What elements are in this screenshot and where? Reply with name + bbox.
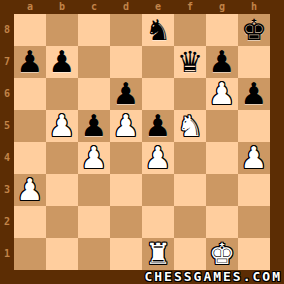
black-pawn-d6[interactable]: ♟ [110,78,142,110]
white-rook-e1[interactable]: ♜ [142,238,174,270]
white-pawn-e4[interactable]: ♟ [142,142,174,174]
square-d4[interactable] [110,142,142,174]
square-g3[interactable] [206,174,238,206]
square-c4[interactable]: ♟ [78,142,110,174]
square-d3[interactable] [110,174,142,206]
square-h1[interactable] [238,238,270,270]
square-e3[interactable] [142,174,174,206]
file-label-b: b [46,0,78,14]
white-pawn-g6[interactable]: ♟ [206,78,238,110]
square-g1[interactable]: ♚ [206,238,238,270]
rank-labels: 87654321 [0,14,14,270]
rank-label-4: 4 [0,142,14,174]
square-a3[interactable]: ♟ [14,174,46,206]
square-h3[interactable] [238,174,270,206]
rank-label-3: 3 [0,174,14,206]
square-a1[interactable] [14,238,46,270]
square-f8[interactable] [174,14,206,46]
file-label-d: d [110,0,142,14]
square-g2[interactable] [206,206,238,238]
square-b5[interactable]: ♟ [46,110,78,142]
square-f7[interactable]: ♛ [174,46,206,78]
black-pawn-b7[interactable]: ♟ [46,46,78,78]
square-h6[interactable]: ♟ [238,78,270,110]
white-pawn-b5[interactable]: ♟ [46,110,78,142]
square-f4[interactable] [174,142,206,174]
square-d6[interactable]: ♟ [110,78,142,110]
square-a2[interactable] [14,206,46,238]
square-c1[interactable] [78,238,110,270]
square-h5[interactable] [238,110,270,142]
file-label-f: f [174,0,206,14]
square-g5[interactable] [206,110,238,142]
white-king-g1[interactable]: ♚ [206,238,238,270]
square-c7[interactable] [78,46,110,78]
rank-label-7: 7 [0,46,14,78]
file-label-a: a [14,0,46,14]
square-d5[interactable]: ♟ [110,110,142,142]
square-b4[interactable] [46,142,78,174]
square-h7[interactable] [238,46,270,78]
file-label-e: e [142,0,174,14]
square-a5[interactable] [14,110,46,142]
square-g4[interactable] [206,142,238,174]
white-knight-f5[interactable]: ♞ [174,110,206,142]
square-c5[interactable]: ♟ [78,110,110,142]
square-e4[interactable]: ♟ [142,142,174,174]
square-b2[interactable] [46,206,78,238]
black-pawn-e5[interactable]: ♟ [142,110,174,142]
black-pawn-g7[interactable]: ♟ [206,46,238,78]
square-d1[interactable] [110,238,142,270]
square-e1[interactable]: ♜ [142,238,174,270]
square-d7[interactable] [110,46,142,78]
square-a7[interactable]: ♟ [14,46,46,78]
square-d8[interactable] [110,14,142,46]
white-pawn-c4[interactable]: ♟ [78,142,110,174]
black-pawn-a7[interactable]: ♟ [14,46,46,78]
black-king-h8[interactable]: ♚ [238,14,270,46]
white-pawn-h4[interactable]: ♟ [238,142,270,174]
square-e7[interactable] [142,46,174,78]
square-a8[interactable] [14,14,46,46]
file-label-g: g [206,0,238,14]
square-h4[interactable]: ♟ [238,142,270,174]
square-e6[interactable] [142,78,174,110]
square-b8[interactable] [46,14,78,46]
black-pawn-c5[interactable]: ♟ [78,110,110,142]
rank-label-1: 1 [0,238,14,270]
square-b3[interactable] [46,174,78,206]
white-pawn-a3[interactable]: ♟ [14,174,46,206]
square-c3[interactable] [78,174,110,206]
square-g7[interactable]: ♟ [206,46,238,78]
square-c8[interactable] [78,14,110,46]
square-c2[interactable] [78,206,110,238]
chess-board: ♞♚♟♟♛♟♟♟♟♟♟♟♟♞♟♟♟♟♜♚ [14,14,270,270]
rank-label-8: 8 [0,14,14,46]
board-frame: abcdefgh 87654321 ♞♚♟♟♛♟♟♟♟♟♟♟♟♞♟♟♟♟♜♚ C… [0,0,284,284]
black-knight-e8[interactable]: ♞ [142,14,174,46]
square-a6[interactable] [14,78,46,110]
rank-label-2: 2 [0,206,14,238]
square-c6[interactable] [78,78,110,110]
rank-label-5: 5 [0,110,14,142]
square-a4[interactable] [14,142,46,174]
square-f5[interactable]: ♞ [174,110,206,142]
square-g8[interactable] [206,14,238,46]
square-h2[interactable] [238,206,270,238]
square-e2[interactable] [142,206,174,238]
white-pawn-d5[interactable]: ♟ [110,110,142,142]
square-e8[interactable]: ♞ [142,14,174,46]
square-h8[interactable]: ♚ [238,14,270,46]
square-b6[interactable] [46,78,78,110]
file-labels: abcdefgh [14,0,270,14]
black-pawn-h6[interactable]: ♟ [238,78,270,110]
square-d2[interactable] [110,206,142,238]
square-b1[interactable] [46,238,78,270]
square-f2[interactable] [174,206,206,238]
file-label-c: c [78,0,110,14]
black-queen-f7[interactable]: ♛ [174,46,206,78]
file-label-h: h [238,0,270,14]
square-f3[interactable] [174,174,206,206]
site-logo: CHESSGAMES.COM [144,269,282,284]
square-e5[interactable]: ♟ [142,110,174,142]
square-g6[interactable]: ♟ [206,78,238,110]
square-f1[interactable] [174,238,206,270]
rank-label-6: 6 [0,78,14,110]
square-b7[interactable]: ♟ [46,46,78,78]
square-f6[interactable] [174,78,206,110]
